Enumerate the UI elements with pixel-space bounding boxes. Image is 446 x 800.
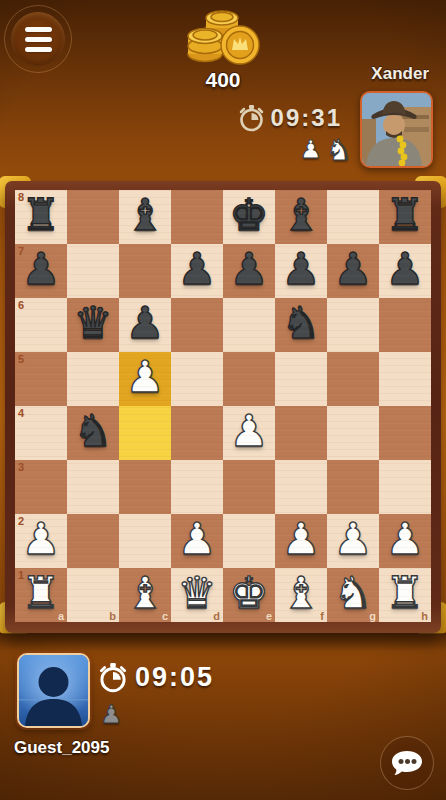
square-h1[interactable]: h♜ xyxy=(379,568,431,622)
white-pawn[interactable]: ♟ xyxy=(119,350,171,404)
square-g1[interactable]: g♞ xyxy=(327,568,379,622)
square-e5[interactable] xyxy=(223,352,275,406)
opponent-name: Xander xyxy=(371,64,429,84)
square-b3[interactable] xyxy=(67,460,119,514)
rank-label-4: 4 xyxy=(18,407,24,419)
black-rook[interactable]: ♜ xyxy=(379,188,431,242)
square-g6[interactable] xyxy=(327,298,379,352)
chat-bubble-icon xyxy=(391,750,423,777)
gold-coins-icon xyxy=(185,6,261,68)
square-d5[interactable] xyxy=(171,352,223,406)
square-b8[interactable] xyxy=(67,190,119,244)
board-shadow xyxy=(0,633,446,651)
black-pawn[interactable]: ♟ xyxy=(171,242,223,296)
square-e1[interactable]: e♚ xyxy=(223,568,275,622)
square-c1[interactable]: c♝ xyxy=(119,568,171,622)
chess-board: 8♜♝♚♝♜7♟♟♟♟♟♟6♛♟♞5♟4♞♟32♟♟♟♟♟1a♜bc♝d♛e♚f… xyxy=(15,190,431,622)
player-time: 09:05 xyxy=(135,662,214,693)
stopwatch-icon xyxy=(239,105,264,132)
square-f5[interactable] xyxy=(275,352,327,406)
rank-label-5: 5 xyxy=(18,353,24,365)
square-f2[interactable]: ♟ xyxy=(275,514,327,568)
captured-black-pawn: ♟ xyxy=(100,698,122,732)
white-queen[interactable]: ♛ xyxy=(171,566,223,620)
square-e2[interactable] xyxy=(223,514,275,568)
rank-label-6: 6 xyxy=(18,299,24,311)
white-rook[interactable]: ♜ xyxy=(15,566,67,620)
white-king[interactable]: ♚ xyxy=(223,566,275,620)
player-captured-pieces: ♟ xyxy=(100,698,122,732)
square-e8[interactable]: ♚ xyxy=(223,190,275,244)
square-b2[interactable] xyxy=(67,514,119,568)
square-f1[interactable]: f♝ xyxy=(275,568,327,622)
hamburger-menu-icon xyxy=(25,27,52,32)
black-pawn[interactable]: ♟ xyxy=(223,242,275,296)
white-bishop[interactable]: ♝ xyxy=(119,566,171,620)
square-c7[interactable] xyxy=(119,244,171,298)
square-a2[interactable]: 2♟ xyxy=(15,514,67,568)
square-g7[interactable]: ♟ xyxy=(327,244,379,298)
black-knight[interactable]: ♞ xyxy=(275,296,327,350)
opponent-time: 09:31 xyxy=(271,104,342,132)
square-c2[interactable] xyxy=(119,514,171,568)
square-a8[interactable]: 8♜ xyxy=(15,190,67,244)
square-h5[interactable] xyxy=(379,352,431,406)
black-pawn[interactable]: ♟ xyxy=(15,242,67,296)
square-d7[interactable]: ♟ xyxy=(171,244,223,298)
chess-app-screen: 400 Xander 09:31 xyxy=(0,0,446,800)
chat-button[interactable] xyxy=(380,736,434,790)
stopwatch-icon xyxy=(99,663,127,693)
square-c4[interactable] xyxy=(119,406,171,460)
square-b1[interactable]: b xyxy=(67,568,119,622)
square-b4[interactable]: ♞ xyxy=(67,406,119,460)
square-b5[interactable] xyxy=(67,352,119,406)
white-bishop[interactable]: ♝ xyxy=(275,566,327,620)
square-c3[interactable] xyxy=(119,460,171,514)
captured-white-pawn: ♟ xyxy=(300,133,322,167)
opponent-avatar xyxy=(360,91,433,168)
square-d2[interactable]: ♟ xyxy=(171,514,223,568)
square-c8[interactable]: ♝ xyxy=(119,190,171,244)
file-label-b: b xyxy=(109,610,116,622)
opponent-clock: 09:31 xyxy=(239,104,342,132)
hamburger-menu-icon xyxy=(25,47,52,52)
square-g8[interactable] xyxy=(327,190,379,244)
black-bishop[interactable]: ♝ xyxy=(275,188,327,242)
square-h4[interactable] xyxy=(379,406,431,460)
opponent-captured-pieces: ♟♞ xyxy=(300,133,352,167)
white-pawn[interactable]: ♟ xyxy=(379,512,431,566)
black-king[interactable]: ♚ xyxy=(223,188,275,242)
coins-amount: 400 xyxy=(183,68,263,92)
square-d6[interactable] xyxy=(171,298,223,352)
black-knight[interactable]: ♞ xyxy=(67,404,119,458)
black-bishop[interactable]: ♝ xyxy=(119,188,171,242)
square-f3[interactable] xyxy=(275,460,327,514)
square-a7[interactable]: 7♟ xyxy=(15,244,67,298)
square-h8[interactable]: ♜ xyxy=(379,190,431,244)
square-f7[interactable]: ♟ xyxy=(275,244,327,298)
board-frame: 8♜♝♚♝♜7♟♟♟♟♟♟6♛♟♞5♟4♞♟32♟♟♟♟♟1a♜bc♝d♛e♚f… xyxy=(5,181,441,633)
square-g4[interactable] xyxy=(327,406,379,460)
square-d1[interactable]: d♛ xyxy=(171,568,223,622)
cowboy-photo-avatar xyxy=(362,93,431,166)
black-pawn[interactable]: ♟ xyxy=(119,296,171,350)
square-g2[interactable]: ♟ xyxy=(327,514,379,568)
square-f4[interactable] xyxy=(275,406,327,460)
square-c6[interactable]: ♟ xyxy=(119,298,171,352)
square-d4[interactable] xyxy=(171,406,223,460)
white-knight[interactable]: ♞ xyxy=(327,566,379,620)
square-a4[interactable]: 4 xyxy=(15,406,67,460)
square-a6[interactable]: 6 xyxy=(15,298,67,352)
square-f8[interactable]: ♝ xyxy=(275,190,327,244)
player-clock: 09:05 xyxy=(99,662,214,693)
square-h7[interactable]: ♟ xyxy=(379,244,431,298)
player-name: Guest_2095 xyxy=(14,738,109,758)
white-pawn[interactable]: ♟ xyxy=(171,512,223,566)
white-pawn[interactable]: ♟ xyxy=(275,512,327,566)
menu-button[interactable] xyxy=(11,12,65,66)
chess-board-area: 8♜♝♚♝♜7♟♟♟♟♟♟6♛♟♞5♟4♞♟32♟♟♟♟♟1a♜bc♝d♛e♚f… xyxy=(0,176,446,650)
square-c5[interactable]: ♟ xyxy=(119,352,171,406)
square-e6[interactable] xyxy=(223,298,275,352)
square-h6[interactable] xyxy=(379,298,431,352)
square-e4[interactable]: ♟ xyxy=(223,406,275,460)
captured-white-knight: ♞ xyxy=(326,133,352,167)
white-pawn[interactable]: ♟ xyxy=(223,404,275,458)
black-pawn[interactable]: ♟ xyxy=(327,242,379,296)
square-e3[interactable] xyxy=(223,460,275,514)
square-b7[interactable] xyxy=(67,244,119,298)
square-b6[interactable]: ♛ xyxy=(67,298,119,352)
square-g3[interactable] xyxy=(327,460,379,514)
square-a1[interactable]: 1a♜ xyxy=(15,568,67,622)
hamburger-menu-icon xyxy=(25,37,52,42)
square-a3[interactable]: 3 xyxy=(15,460,67,514)
default-blue-silhouette-avatar xyxy=(19,655,88,726)
square-g5[interactable] xyxy=(327,352,379,406)
white-rook[interactable]: ♜ xyxy=(379,566,431,620)
black-pawn[interactable]: ♟ xyxy=(275,242,327,296)
white-pawn[interactable]: ♟ xyxy=(327,512,379,566)
square-f6[interactable]: ♞ xyxy=(275,298,327,352)
square-a5[interactable]: 5 xyxy=(15,352,67,406)
black-rook[interactable]: ♜ xyxy=(15,188,67,242)
black-queen[interactable]: ♛ xyxy=(67,296,119,350)
coins-button[interactable]: 400 xyxy=(183,4,263,96)
white-pawn[interactable]: ♟ xyxy=(15,512,67,566)
player-avatar xyxy=(17,653,90,728)
square-d3[interactable] xyxy=(171,460,223,514)
square-d8[interactable] xyxy=(171,190,223,244)
square-e7[interactable]: ♟ xyxy=(223,244,275,298)
square-h2[interactable]: ♟ xyxy=(379,514,431,568)
black-pawn[interactable]: ♟ xyxy=(379,242,431,296)
square-h3[interactable] xyxy=(379,460,431,514)
rank-label-3: 3 xyxy=(18,461,24,473)
